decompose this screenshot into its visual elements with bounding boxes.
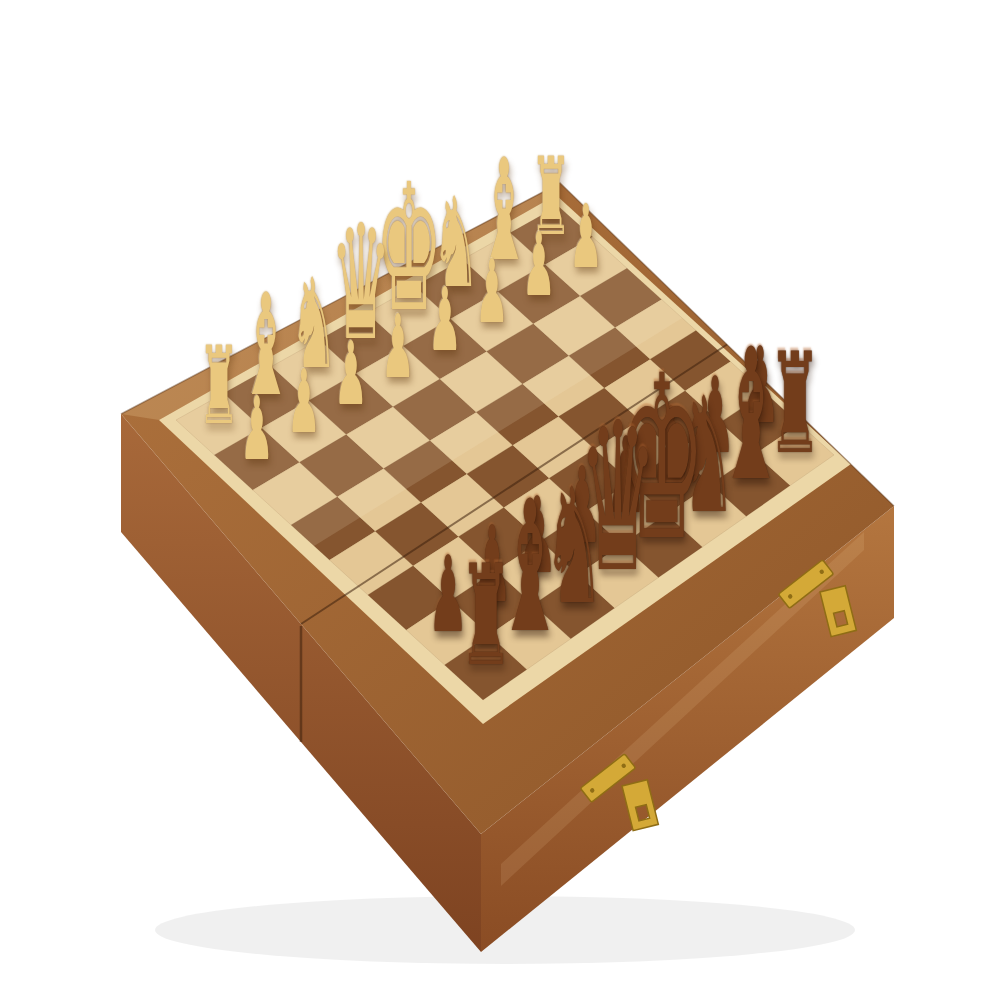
product-photo-canvas: ♜♝♞♛♚♞♝♜♟♟♟♟♟♟♟♟♟♟♟♟♟♟♟♟♜♝♞♛♚♞♝♜ — [0, 0, 1000, 1000]
chess-box-photo — [0, 0, 1000, 1000]
